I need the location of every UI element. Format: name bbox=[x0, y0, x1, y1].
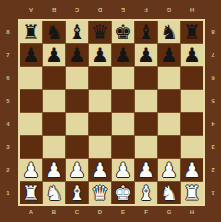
square-h8[interactable]: ♜ bbox=[181, 21, 203, 43]
square-h2[interactable]: ♟ bbox=[181, 159, 203, 181]
piece-black-pawn[interactable]: ♟ bbox=[183, 44, 201, 66]
piece-white-king[interactable]: ♚ bbox=[114, 182, 132, 204]
piece-white-rook[interactable]: ♜ bbox=[22, 182, 40, 204]
square-e4[interactable] bbox=[112, 113, 134, 135]
square-f7[interactable]: ♟ bbox=[135, 44, 157, 66]
square-a7[interactable]: ♟ bbox=[20, 44, 42, 66]
square-h6[interactable] bbox=[181, 67, 203, 89]
file-labels-bottom: ABCDEFGH bbox=[20, 207, 203, 218]
square-e2[interactable]: ♟ bbox=[112, 159, 134, 181]
square-b8[interactable]: ♞ bbox=[43, 21, 65, 43]
square-c2[interactable]: ♟ bbox=[66, 159, 88, 181]
square-d1[interactable]: ♛ bbox=[89, 182, 111, 204]
square-e7[interactable]: ♟ bbox=[112, 44, 134, 66]
square-d7[interactable]: ♟ bbox=[89, 44, 111, 66]
square-h3[interactable] bbox=[181, 136, 203, 158]
square-f3[interactable] bbox=[135, 136, 157, 158]
square-e5[interactable] bbox=[112, 90, 134, 112]
file-label-top-f: F bbox=[135, 4, 157, 15]
square-g6[interactable] bbox=[158, 67, 180, 89]
square-d8[interactable]: ♛ bbox=[89, 21, 111, 43]
piece-black-bishop[interactable]: ♝ bbox=[137, 21, 155, 43]
square-g8[interactable]: ♞ bbox=[158, 21, 180, 43]
rank-labels-left: 87654321 bbox=[2, 21, 14, 204]
file-label-top-e: E bbox=[112, 4, 134, 15]
square-e1[interactable]: ♚ bbox=[112, 182, 134, 204]
square-d5[interactable] bbox=[89, 90, 111, 112]
square-f2[interactable]: ♟ bbox=[135, 159, 157, 181]
piece-black-pawn[interactable]: ♟ bbox=[22, 44, 40, 66]
rank-label-left-4: 4 bbox=[2, 113, 14, 135]
rank-label-right-6: 6 bbox=[207, 67, 219, 89]
chess-diagram: ABCDEFGH ABCDEFGH 87654321 87654321 ♜♞♝♛… bbox=[0, 0, 221, 222]
square-g4[interactable] bbox=[158, 113, 180, 135]
square-a6[interactable] bbox=[20, 67, 42, 89]
piece-white-pawn[interactable]: ♟ bbox=[160, 159, 178, 181]
square-f6[interactable] bbox=[135, 67, 157, 89]
board-grid: ♜♞♝♛♚♝♞♜♟♟♟♟♟♟♟♟♟♟♟♟♟♟♟♟♜♞♝♛♚♝♞♜ bbox=[20, 21, 203, 204]
file-label-top-d: D bbox=[89, 4, 111, 15]
square-e8[interactable]: ♚ bbox=[112, 21, 134, 43]
rank-label-left-7: 7 bbox=[2, 44, 14, 66]
square-b3[interactable] bbox=[43, 136, 65, 158]
piece-black-pawn[interactable]: ♟ bbox=[114, 44, 132, 66]
square-h4[interactable] bbox=[181, 113, 203, 135]
piece-white-pawn[interactable]: ♟ bbox=[91, 159, 109, 181]
file-label-bottom-g: G bbox=[158, 207, 180, 218]
square-f1[interactable]: ♝ bbox=[135, 182, 157, 204]
rank-label-left-8: 8 bbox=[2, 21, 14, 43]
square-g1[interactable]: ♞ bbox=[158, 182, 180, 204]
file-labels-top: ABCDEFGH bbox=[20, 4, 203, 15]
square-b1[interactable]: ♞ bbox=[43, 182, 65, 204]
file-label-top-c: C bbox=[66, 4, 88, 15]
piece-black-rook[interactable]: ♜ bbox=[183, 21, 201, 43]
piece-black-rook[interactable]: ♜ bbox=[22, 21, 40, 43]
piece-black-bishop[interactable]: ♝ bbox=[68, 21, 86, 43]
piece-black-pawn[interactable]: ♟ bbox=[68, 44, 86, 66]
square-b7[interactable]: ♟ bbox=[43, 44, 65, 66]
file-label-bottom-d: D bbox=[89, 207, 111, 218]
file-label-bottom-f: F bbox=[135, 207, 157, 218]
piece-white-knight[interactable]: ♞ bbox=[160, 182, 178, 204]
piece-white-bishop[interactable]: ♝ bbox=[68, 182, 86, 204]
piece-white-bishop[interactable]: ♝ bbox=[137, 182, 155, 204]
piece-black-king[interactable]: ♚ bbox=[114, 21, 132, 43]
piece-white-pawn[interactable]: ♟ bbox=[68, 159, 86, 181]
rank-label-right-5: 5 bbox=[207, 90, 219, 112]
square-d3[interactable] bbox=[89, 136, 111, 158]
board-frame: ♜♞♝♛♚♝♞♜♟♟♟♟♟♟♟♟♟♟♟♟♟♟♟♟♜♞♝♛♚♝♞♜ bbox=[18, 19, 205, 206]
piece-black-pawn[interactable]: ♟ bbox=[91, 44, 109, 66]
file-label-bottom-h: H bbox=[181, 207, 203, 218]
square-d6[interactable] bbox=[89, 67, 111, 89]
piece-white-pawn[interactable]: ♟ bbox=[137, 159, 155, 181]
square-g5[interactable] bbox=[158, 90, 180, 112]
piece-white-pawn[interactable]: ♟ bbox=[45, 159, 63, 181]
square-g3[interactable] bbox=[158, 136, 180, 158]
square-g2[interactable]: ♟ bbox=[158, 159, 180, 181]
rank-label-left-5: 5 bbox=[2, 90, 14, 112]
rank-label-left-6: 6 bbox=[2, 67, 14, 89]
square-b6[interactable] bbox=[43, 67, 65, 89]
rank-label-right-8: 8 bbox=[207, 21, 219, 43]
piece-black-pawn[interactable]: ♟ bbox=[137, 44, 155, 66]
square-c6[interactable] bbox=[66, 67, 88, 89]
rank-label-right-3: 3 bbox=[207, 136, 219, 158]
piece-white-pawn[interactable]: ♟ bbox=[114, 159, 132, 181]
square-c4[interactable] bbox=[66, 113, 88, 135]
rank-label-left-2: 2 bbox=[2, 159, 14, 181]
file-label-bottom-c: C bbox=[66, 207, 88, 218]
square-g7[interactable]: ♟ bbox=[158, 44, 180, 66]
square-c8[interactable]: ♝ bbox=[66, 21, 88, 43]
square-c3[interactable] bbox=[66, 136, 88, 158]
square-d4[interactable] bbox=[89, 113, 111, 135]
square-d2[interactable]: ♟ bbox=[89, 159, 111, 181]
file-label-bottom-e: E bbox=[112, 207, 134, 218]
square-a5[interactable] bbox=[20, 90, 42, 112]
rank-label-left-3: 3 bbox=[2, 136, 14, 158]
square-a8[interactable]: ♜ bbox=[20, 21, 42, 43]
rank-label-right-4: 4 bbox=[207, 113, 219, 135]
square-f5[interactable] bbox=[135, 90, 157, 112]
square-f4[interactable] bbox=[135, 113, 157, 135]
square-c7[interactable]: ♟ bbox=[66, 44, 88, 66]
rank-label-right-2: 2 bbox=[207, 159, 219, 181]
file-label-top-a: A bbox=[20, 4, 42, 15]
file-label-bottom-a: A bbox=[20, 207, 42, 218]
square-b2[interactable]: ♟ bbox=[43, 159, 65, 181]
rank-label-right-7: 7 bbox=[207, 44, 219, 66]
rank-label-left-1: 1 bbox=[2, 182, 14, 204]
square-h7[interactable]: ♟ bbox=[181, 44, 203, 66]
piece-white-queen[interactable]: ♛ bbox=[91, 182, 109, 204]
square-a2[interactable]: ♟ bbox=[20, 159, 42, 181]
square-h5[interactable] bbox=[181, 90, 203, 112]
square-h1[interactable]: ♜ bbox=[181, 182, 203, 204]
piece-black-knight[interactable]: ♞ bbox=[160, 21, 178, 43]
piece-white-pawn[interactable]: ♟ bbox=[22, 159, 40, 181]
file-label-top-g: G bbox=[158, 4, 180, 15]
rank-label-right-1: 1 bbox=[207, 182, 219, 204]
piece-white-pawn[interactable]: ♟ bbox=[183, 159, 201, 181]
square-a3[interactable] bbox=[20, 136, 42, 158]
square-a4[interactable] bbox=[20, 113, 42, 135]
piece-white-rook[interactable]: ♜ bbox=[183, 182, 201, 204]
piece-black-knight[interactable]: ♞ bbox=[45, 21, 63, 43]
piece-black-queen[interactable]: ♛ bbox=[91, 21, 109, 43]
square-f8[interactable]: ♝ bbox=[135, 21, 157, 43]
square-b5[interactable] bbox=[43, 90, 65, 112]
square-e3[interactable] bbox=[112, 136, 134, 158]
square-c1[interactable]: ♝ bbox=[66, 182, 88, 204]
rank-labels-right: 87654321 bbox=[207, 21, 219, 204]
square-e6[interactable] bbox=[112, 67, 134, 89]
file-label-bottom-b: B bbox=[43, 207, 65, 218]
square-b4[interactable] bbox=[43, 113, 65, 135]
file-label-top-b: B bbox=[43, 4, 65, 15]
piece-white-knight[interactable]: ♞ bbox=[45, 182, 63, 204]
file-label-top-h: H bbox=[181, 4, 203, 15]
piece-black-pawn[interactable]: ♟ bbox=[160, 44, 178, 66]
piece-black-pawn[interactable]: ♟ bbox=[45, 44, 63, 66]
square-a1[interactable]: ♜ bbox=[20, 182, 42, 204]
square-c5[interactable] bbox=[66, 90, 88, 112]
